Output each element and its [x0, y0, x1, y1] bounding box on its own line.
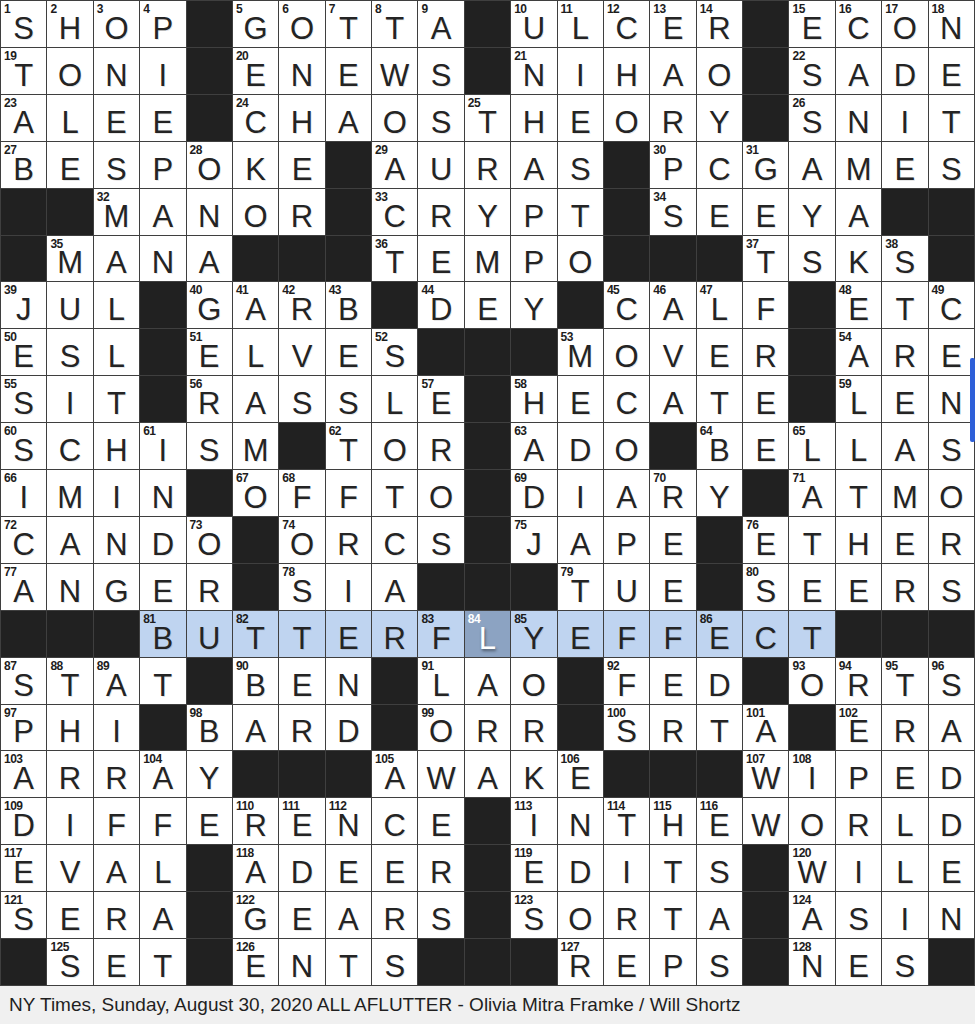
grid-cell-r3c9[interactable]: O — [372, 95, 417, 141]
grid-cell-r18c1[interactable]: 109D — [1, 798, 46, 844]
grid-cell-r3c15[interactable]: R — [650, 95, 695, 141]
grid-cell-r21c9[interactable]: S — [372, 939, 417, 985]
grid-cell-r2c2[interactable]: O — [47, 48, 92, 94]
grid-cell-r4c3[interactable]: S — [94, 142, 139, 188]
grid-cell-r2c19[interactable]: A — [836, 48, 881, 94]
grid-cell-r12c18[interactable]: T — [789, 517, 834, 563]
grid-cell-r18c15[interactable]: 115H — [650, 798, 695, 844]
grid-cell-r12c1[interactable]: 72C — [1, 517, 46, 563]
grid-cell-r19c4[interactable]: L — [140, 845, 185, 891]
grid-cell-r11c3[interactable]: I — [94, 470, 139, 516]
grid-cell-r12c3[interactable]: N — [94, 517, 139, 563]
grid-cell-r8c6[interactable]: L — [233, 329, 278, 375]
grid-cell-r15c15[interactable]: E — [650, 658, 695, 704]
grid-cell-r12c7[interactable]: 74O — [279, 517, 324, 563]
grid-cell-r15c16[interactable]: D — [697, 658, 742, 704]
grid-cell-r19c2[interactable]: V — [47, 845, 92, 891]
grid-cell-r8c13[interactable]: 53M — [558, 329, 603, 375]
grid-cell-r6c5[interactable]: A — [187, 236, 232, 282]
grid-cell-r21c7[interactable]: N — [279, 939, 324, 985]
grid-cell-r21c13[interactable]: 127R — [558, 939, 603, 985]
grid-cell-r15c19[interactable]: 94R — [836, 658, 881, 704]
grid-cell-r4c6[interactable]: K — [233, 142, 278, 188]
grid-cell-r16c15[interactable]: R — [650, 705, 695, 751]
grid-cell-r12c20[interactable]: E — [882, 517, 927, 563]
grid-cell-r10c13[interactable]: D — [558, 423, 603, 469]
grid-cell-r19c16[interactable]: S — [697, 845, 742, 891]
grid-cell-r11c12[interactable]: 69D — [511, 470, 556, 516]
grid-cell-r3c11[interactable]: 25T — [465, 95, 510, 141]
grid-cell-r7c6[interactable]: 41A — [233, 282, 278, 328]
grid-cell-r2c18[interactable]: 22S — [789, 48, 834, 94]
grid-cell-r11c16[interactable]: Y — [697, 470, 742, 516]
grid-cell-r16c10[interactable]: 99O — [418, 705, 463, 751]
grid-cell-r9c3[interactable]: T — [94, 376, 139, 422]
grid-cell-r21c3[interactable]: E — [94, 939, 139, 985]
grid-cell-r20c8[interactable]: A — [326, 892, 371, 938]
grid-cell-r2c7[interactable]: N — [279, 48, 324, 94]
grid-cell-r20c15[interactable]: T — [650, 892, 695, 938]
grid-cell-r14c7[interactable]: T — [279, 611, 324, 657]
grid-cell-r14c18[interactable]: T — [789, 611, 834, 657]
grid-cell-r1c8[interactable]: 7T — [326, 1, 371, 47]
grid-cell-r9c8[interactable]: S — [326, 376, 371, 422]
grid-cell-r13c21[interactable]: S — [929, 564, 974, 610]
grid-cell-r13c13[interactable]: 79T — [558, 564, 603, 610]
grid-cell-r11c15[interactable]: 70R — [650, 470, 695, 516]
grid-cell-r6c13[interactable]: O — [558, 236, 603, 282]
grid-cell-r6c2[interactable]: 35M — [47, 236, 92, 282]
scrollbar-thumb[interactable] — [970, 358, 975, 442]
grid-cell-r7c7[interactable]: 42R — [279, 282, 324, 328]
grid-cell-r1c2[interactable]: 2H — [47, 1, 92, 47]
grid-cell-r20c2[interactable]: E — [47, 892, 92, 938]
grid-cell-r18c20[interactable]: L — [882, 798, 927, 844]
grid-cell-r1c9[interactable]: 8T — [372, 1, 417, 47]
grid-cell-r1c15[interactable]: 13E — [650, 1, 695, 47]
grid-cell-r9c19[interactable]: 59L — [836, 376, 881, 422]
grid-cell-r1c14[interactable]: 12C — [604, 1, 649, 47]
grid-cell-r10c2[interactable]: C — [47, 423, 92, 469]
grid-cell-r10c21[interactable]: S — [929, 423, 974, 469]
grid-cell-r19c10[interactable]: R — [418, 845, 463, 891]
grid-cell-r1c12[interactable]: 10U — [511, 1, 556, 47]
grid-cell-r5c4[interactable]: A — [140, 189, 185, 235]
grid-cell-r21c2[interactable]: 125S — [47, 939, 92, 985]
grid-cell-r14c11[interactable]: 84L — [465, 611, 510, 657]
grid-cell-r12c14[interactable]: P — [604, 517, 649, 563]
grid-cell-r13c17[interactable]: 80S — [743, 564, 788, 610]
grid-cell-r15c8[interactable]: N — [326, 658, 371, 704]
grid-cell-r10c12[interactable]: 63A — [511, 423, 556, 469]
grid-cell-r4c18[interactable]: A — [789, 142, 834, 188]
grid-cell-r10c9[interactable]: O — [372, 423, 417, 469]
grid-cell-r4c13[interactable]: S — [558, 142, 603, 188]
grid-cell-r16c8[interactable]: D — [326, 705, 371, 751]
grid-cell-r1c16[interactable]: 14R — [697, 1, 742, 47]
grid-cell-r14c13[interactable]: E — [558, 611, 603, 657]
grid-cell-r1c4[interactable]: 4P — [140, 1, 185, 47]
grid-cell-r21c6[interactable]: 126E — [233, 939, 278, 985]
grid-cell-r6c9[interactable]: 36T — [372, 236, 417, 282]
grid-cell-r14c14[interactable]: F — [604, 611, 649, 657]
grid-cell-r17c10[interactable]: W — [418, 751, 463, 797]
grid-cell-r15c21[interactable]: 96S — [929, 658, 974, 704]
grid-cell-r10c6[interactable]: M — [233, 423, 278, 469]
grid-cell-r20c20[interactable]: I — [882, 892, 927, 938]
grid-cell-r10c5[interactable]: S — [187, 423, 232, 469]
grid-cell-r17c4[interactable]: 104A — [140, 751, 185, 797]
grid-cell-r16c12[interactable]: R — [511, 705, 556, 751]
grid-cell-r19c8[interactable]: E — [326, 845, 371, 891]
grid-cell-r15c20[interactable]: 95T — [882, 658, 927, 704]
grid-cell-r18c10[interactable]: E — [418, 798, 463, 844]
grid-cell-r9c10[interactable]: 57E — [418, 376, 463, 422]
grid-cell-r18c2[interactable]: I — [47, 798, 92, 844]
grid-cell-r19c15[interactable]: T — [650, 845, 695, 891]
grid-cell-r5c15[interactable]: 34S — [650, 189, 695, 235]
grid-cell-r2c14[interactable]: H — [604, 48, 649, 94]
grid-cell-r14c15[interactable]: F — [650, 611, 695, 657]
grid-cell-r16c7[interactable]: R — [279, 705, 324, 751]
grid-cell-r9c7[interactable]: S — [279, 376, 324, 422]
grid-cell-r19c18[interactable]: 120W — [789, 845, 834, 891]
grid-cell-r2c12[interactable]: 21N — [511, 48, 556, 94]
grid-cell-r20c4[interactable]: A — [140, 892, 185, 938]
grid-cell-r13c18[interactable]: E — [789, 564, 834, 610]
grid-cell-r2c13[interactable]: I — [558, 48, 603, 94]
grid-cell-r8c20[interactable]: R — [882, 329, 927, 375]
grid-cell-r19c12[interactable]: 119E — [511, 845, 556, 891]
grid-cell-r10c14[interactable]: O — [604, 423, 649, 469]
grid-cell-r14c9[interactable]: R — [372, 611, 417, 657]
grid-cell-r7c5[interactable]: 40G — [187, 282, 232, 328]
grid-cell-r16c6[interactable]: A — [233, 705, 278, 751]
grid-cell-r4c10[interactable]: U — [418, 142, 463, 188]
grid-cell-r18c16[interactable]: 116E — [697, 798, 742, 844]
grid-cell-r2c1[interactable]: 19T — [1, 48, 46, 94]
grid-cell-r9c21[interactable]: N — [929, 376, 974, 422]
grid-cell-r8c9[interactable]: 52S — [372, 329, 417, 375]
grid-cell-r3c2[interactable]: L — [47, 95, 92, 141]
grid-cell-r18c4[interactable]: F — [140, 798, 185, 844]
grid-cell-r4c2[interactable]: E — [47, 142, 92, 188]
grid-cell-r15c18[interactable]: 93O — [789, 658, 834, 704]
grid-cell-r3c13[interactable]: E — [558, 95, 603, 141]
grid-cell-r6c4[interactable]: N — [140, 236, 185, 282]
grid-cell-r18c7[interactable]: 111E — [279, 798, 324, 844]
grid-cell-r8c14[interactable]: O — [604, 329, 649, 375]
grid-cell-r16c16[interactable]: T — [697, 705, 742, 751]
grid-cell-r11c7[interactable]: 68F — [279, 470, 324, 516]
grid-cell-r5c3[interactable]: 32M — [94, 189, 139, 235]
grid-cell-r2c3[interactable]: N — [94, 48, 139, 94]
grid-cell-r16c1[interactable]: 97P — [1, 705, 46, 751]
grid-cell-r3c7[interactable]: H — [279, 95, 324, 141]
grid-cell-r20c16[interactable]: A — [697, 892, 742, 938]
grid-cell-r16c14[interactable]: 100S — [604, 705, 649, 751]
grid-cell-r19c9[interactable]: E — [372, 845, 417, 891]
grid-cell-r15c7[interactable]: E — [279, 658, 324, 704]
grid-cell-r1c13[interactable]: 11L — [558, 1, 603, 47]
grid-cell-r5c5[interactable]: N — [187, 189, 232, 235]
grid-cell-r6c20[interactable]: 38S — [882, 236, 927, 282]
grid-cell-r18c19[interactable]: R — [836, 798, 881, 844]
grid-cell-r14c6[interactable]: 82T — [233, 611, 278, 657]
grid-cell-r6c12[interactable]: P — [511, 236, 556, 282]
grid-cell-r5c18[interactable]: Y — [789, 189, 834, 235]
grid-cell-r8c16[interactable]: E — [697, 329, 742, 375]
grid-cell-r10c18[interactable]: 65L — [789, 423, 834, 469]
grid-cell-r17c9[interactable]: 105A — [372, 751, 417, 797]
grid-cell-r16c5[interactable]: 98B — [187, 705, 232, 751]
grid-cell-r14c5[interactable]: U — [187, 611, 232, 657]
grid-cell-r17c21[interactable]: D — [929, 751, 974, 797]
grid-cell-r2c21[interactable]: E — [929, 48, 974, 94]
grid-cell-r8c15[interactable]: V — [650, 329, 695, 375]
grid-cell-r12c21[interactable]: R — [929, 517, 974, 563]
grid-cell-r20c18[interactable]: 124A — [789, 892, 834, 938]
grid-cell-r15c6[interactable]: 90B — [233, 658, 278, 704]
grid-cell-r14c16[interactable]: 86E — [697, 611, 742, 657]
grid-cell-r4c1[interactable]: 27B — [1, 142, 46, 188]
grid-cell-r4c5[interactable]: 28O — [187, 142, 232, 188]
grid-cell-r15c14[interactable]: 92F — [604, 658, 649, 704]
grid-cell-r20c14[interactable]: R — [604, 892, 649, 938]
grid-cell-r13c8[interactable]: I — [326, 564, 371, 610]
grid-cell-r11c20[interactable]: M — [882, 470, 927, 516]
grid-cell-r10c8[interactable]: 62T — [326, 423, 371, 469]
grid-cell-r9c9[interactable]: L — [372, 376, 417, 422]
grid-cell-r3c1[interactable]: 23A — [1, 95, 46, 141]
grid-cell-r2c6[interactable]: 20E — [233, 48, 278, 94]
grid-cell-r20c19[interactable]: S — [836, 892, 881, 938]
grid-cell-r18c12[interactable]: 113I — [511, 798, 556, 844]
grid-cell-r10c19[interactable]: L — [836, 423, 881, 469]
grid-cell-r16c20[interactable]: R — [882, 705, 927, 751]
grid-cell-r18c21[interactable]: D — [929, 798, 974, 844]
grid-cell-r17c20[interactable]: E — [882, 751, 927, 797]
grid-cell-r7c20[interactable]: T — [882, 282, 927, 328]
grid-cell-r1c7[interactable]: 6O — [279, 1, 324, 47]
grid-cell-r16c17[interactable]: 101A — [743, 705, 788, 751]
grid-cell-r18c13[interactable]: N — [558, 798, 603, 844]
grid-cell-r8c21[interactable]: E — [929, 329, 974, 375]
grid-cell-r11c6[interactable]: 67O — [233, 470, 278, 516]
grid-cell-r18c17[interactable]: W — [743, 798, 788, 844]
grid-cell-r11c18[interactable]: 71A — [789, 470, 834, 516]
grid-cell-r13c15[interactable]: E — [650, 564, 695, 610]
grid-cell-r16c11[interactable]: R — [465, 705, 510, 751]
grid-cell-r9c1[interactable]: 55S — [1, 376, 46, 422]
grid-cell-r3c16[interactable]: Y — [697, 95, 742, 141]
grid-cell-r12c12[interactable]: 75J — [511, 517, 556, 563]
grid-cell-r8c2[interactable]: S — [47, 329, 92, 375]
grid-cell-r14c10[interactable]: 83F — [418, 611, 463, 657]
grid-cell-r15c1[interactable]: 87S — [1, 658, 46, 704]
grid-cell-r13c4[interactable]: E — [140, 564, 185, 610]
grid-cell-r3c6[interactable]: 24C — [233, 95, 278, 141]
grid-cell-r1c19[interactable]: 16C — [836, 1, 881, 47]
grid-cell-r2c16[interactable]: O — [697, 48, 742, 94]
grid-cell-r21c14[interactable]: E — [604, 939, 649, 985]
grid-cell-r1c21[interactable]: 18N — [929, 1, 974, 47]
grid-cell-r1c6[interactable]: 5G — [233, 1, 278, 47]
grid-cell-r19c13[interactable]: D — [558, 845, 603, 891]
grid-cell-r10c4[interactable]: 61I — [140, 423, 185, 469]
grid-cell-r7c1[interactable]: 39J — [1, 282, 46, 328]
grid-cell-r8c19[interactable]: 54A — [836, 329, 881, 375]
grid-cell-r11c9[interactable]: T — [372, 470, 417, 516]
grid-cell-r17c11[interactable]: A — [465, 751, 510, 797]
grid-cell-r15c10[interactable]: 91L — [418, 658, 463, 704]
grid-cell-r14c8[interactable]: E — [326, 611, 371, 657]
grid-cell-r19c3[interactable]: A — [94, 845, 139, 891]
grid-cell-r12c4[interactable]: D — [140, 517, 185, 563]
grid-cell-r6c18[interactable]: S — [789, 236, 834, 282]
grid-cell-r3c19[interactable]: N — [836, 95, 881, 141]
grid-cell-r10c17[interactable]: E — [743, 423, 788, 469]
grid-cell-r16c2[interactable]: H — [47, 705, 92, 751]
grid-cell-r19c21[interactable]: E — [929, 845, 974, 891]
grid-cell-r19c6[interactable]: 118A — [233, 845, 278, 891]
grid-cell-r1c3[interactable]: 3O — [94, 1, 139, 47]
grid-cell-r3c21[interactable]: T — [929, 95, 974, 141]
grid-cell-r18c6[interactable]: 110R — [233, 798, 278, 844]
grid-cell-r10c1[interactable]: 60S — [1, 423, 46, 469]
grid-cell-r9c15[interactable]: A — [650, 376, 695, 422]
grid-cell-r11c21[interactable]: O — [929, 470, 974, 516]
grid-cell-r20c13[interactable]: O — [558, 892, 603, 938]
grid-cell-r3c8[interactable]: A — [326, 95, 371, 141]
grid-cell-r9c13[interactable]: E — [558, 376, 603, 422]
grid-cell-r10c16[interactable]: 64B — [697, 423, 742, 469]
grid-cell-r3c4[interactable]: E — [140, 95, 185, 141]
grid-cell-r3c18[interactable]: 26S — [789, 95, 834, 141]
grid-cell-r9c12[interactable]: 58H — [511, 376, 556, 422]
grid-cell-r6c3[interactable]: A — [94, 236, 139, 282]
grid-cell-r1c10[interactable]: 9A — [418, 1, 463, 47]
grid-cell-r11c1[interactable]: 66I — [1, 470, 46, 516]
grid-cell-r14c4[interactable]: 81B — [140, 611, 185, 657]
grid-cell-r9c17[interactable]: E — [743, 376, 788, 422]
grid-cell-r13c20[interactable]: R — [882, 564, 927, 610]
grid-cell-r5c17[interactable]: E — [743, 189, 788, 235]
grid-cell-r11c2[interactable]: M — [47, 470, 92, 516]
grid-cell-r20c10[interactable]: S — [418, 892, 463, 938]
grid-cell-r16c21[interactable]: A — [929, 705, 974, 751]
grid-cell-r12c15[interactable]: E — [650, 517, 695, 563]
grid-cell-r12c13[interactable]: A — [558, 517, 603, 563]
grid-cell-r17c2[interactable]: R — [47, 751, 92, 797]
grid-cell-r11c14[interactable]: A — [604, 470, 649, 516]
grid-cell-r6c11[interactable]: M — [465, 236, 510, 282]
grid-cell-r7c16[interactable]: 47L — [697, 282, 742, 328]
grid-cell-r18c8[interactable]: 112N — [326, 798, 371, 844]
grid-cell-r19c14[interactable]: I — [604, 845, 649, 891]
grid-cell-r7c11[interactable]: E — [465, 282, 510, 328]
grid-cell-r15c11[interactable]: A — [465, 658, 510, 704]
grid-cell-r13c1[interactable]: 77A — [1, 564, 46, 610]
grid-cell-r10c3[interactable]: H — [94, 423, 139, 469]
grid-cell-r14c17[interactable]: C — [743, 611, 788, 657]
grid-cell-r11c19[interactable]: T — [836, 470, 881, 516]
grid-cell-r3c14[interactable]: O — [604, 95, 649, 141]
grid-cell-r18c14[interactable]: 114T — [604, 798, 649, 844]
grid-cell-r9c2[interactable]: I — [47, 376, 92, 422]
grid-cell-r21c8[interactable]: T — [326, 939, 371, 985]
grid-cell-r18c3[interactable]: F — [94, 798, 139, 844]
grid-cell-r14c12[interactable]: 85Y — [511, 611, 556, 657]
grid-cell-r4c17[interactable]: 31G — [743, 142, 788, 188]
grid-cell-r17c17[interactable]: 107W — [743, 751, 788, 797]
grid-cell-r13c5[interactable]: R — [187, 564, 232, 610]
grid-cell-r11c13[interactable]: I — [558, 470, 603, 516]
grid-cell-r15c12[interactable]: O — [511, 658, 556, 704]
grid-cell-r3c10[interactable]: S — [418, 95, 463, 141]
grid-cell-r20c21[interactable]: N — [929, 892, 974, 938]
grid-cell-r2c4[interactable]: I — [140, 48, 185, 94]
grid-cell-r7c21[interactable]: 49C — [929, 282, 974, 328]
grid-cell-r19c20[interactable]: L — [882, 845, 927, 891]
grid-cell-r18c5[interactable]: E — [187, 798, 232, 844]
grid-cell-r13c9[interactable]: A — [372, 564, 417, 610]
grid-cell-r8c8[interactable]: E — [326, 329, 371, 375]
grid-cell-r12c2[interactable]: A — [47, 517, 92, 563]
grid-cell-r8c3[interactable]: L — [94, 329, 139, 375]
grid-cell-r20c3[interactable]: R — [94, 892, 139, 938]
grid-cell-r4c21[interactable]: S — [929, 142, 974, 188]
grid-cell-r21c16[interactable]: S — [697, 939, 742, 985]
grid-cell-r18c18[interactable]: O — [789, 798, 834, 844]
grid-cell-r12c8[interactable]: R — [326, 517, 371, 563]
grid-cell-r5c9[interactable]: 33C — [372, 189, 417, 235]
grid-cell-r5c6[interactable]: O — [233, 189, 278, 235]
grid-cell-r7c19[interactable]: 48E — [836, 282, 881, 328]
grid-cell-r2c15[interactable]: A — [650, 48, 695, 94]
grid-cell-r3c3[interactable]: E — [94, 95, 139, 141]
grid-cell-r4c7[interactable]: E — [279, 142, 324, 188]
grid-cell-r12c5[interactable]: 73O — [187, 517, 232, 563]
grid-cell-r20c1[interactable]: 121S — [1, 892, 46, 938]
grid-cell-r7c3[interactable]: L — [94, 282, 139, 328]
grid-cell-r8c1[interactable]: 50E — [1, 329, 46, 375]
grid-cell-r3c20[interactable]: I — [882, 95, 927, 141]
grid-cell-r20c7[interactable]: E — [279, 892, 324, 938]
grid-cell-r11c8[interactable]: F — [326, 470, 371, 516]
grid-cell-r2c8[interactable]: E — [326, 48, 371, 94]
grid-cell-r7c12[interactable]: Y — [511, 282, 556, 328]
grid-cell-r2c20[interactable]: D — [882, 48, 927, 94]
grid-cell-r4c9[interactable]: 29A — [372, 142, 417, 188]
grid-cell-r4c20[interactable]: E — [882, 142, 927, 188]
grid-cell-r5c13[interactable]: T — [558, 189, 603, 235]
grid-cell-r13c14[interactable]: U — [604, 564, 649, 610]
grid-cell-r19c19[interactable]: I — [836, 845, 881, 891]
grid-cell-r6c10[interactable]: E — [418, 236, 463, 282]
grid-cell-r17c19[interactable]: P — [836, 751, 881, 797]
grid-cell-r4c11[interactable]: R — [465, 142, 510, 188]
grid-cell-r2c9[interactable]: W — [372, 48, 417, 94]
grid-cell-r17c18[interactable]: 108I — [789, 751, 834, 797]
grid-cell-r19c1[interactable]: 117E — [1, 845, 46, 891]
grid-cell-r1c20[interactable]: 17O — [882, 1, 927, 47]
grid-cell-r15c2[interactable]: 88T — [47, 658, 92, 704]
grid-cell-r7c15[interactable]: 46A — [650, 282, 695, 328]
grid-cell-r7c2[interactable]: U — [47, 282, 92, 328]
grid-cell-r16c3[interactable]: I — [94, 705, 139, 751]
grid-cell-r7c17[interactable]: F — [743, 282, 788, 328]
